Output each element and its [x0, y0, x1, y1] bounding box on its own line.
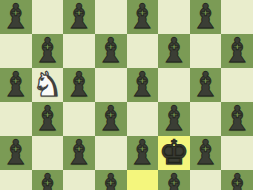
square-r3c3[interactable]: ♝: [95, 102, 127, 136]
piece-black-bishop[interactable]: ♝: [64, 0, 94, 33]
square-r0c7[interactable]: [221, 0, 253, 34]
piece-black-bishop[interactable]: ♝: [32, 169, 62, 190]
square-r0c1[interactable]: [32, 0, 64, 34]
square-r1c7[interactable]: ♝: [221, 34, 253, 68]
square-r4c7[interactable]: [221, 136, 253, 170]
piece-black-bishop[interactable]: ♝: [222, 101, 252, 135]
piece-black-bishop[interactable]: ♝: [95, 101, 125, 135]
square-r4c0[interactable]: ♝: [0, 136, 32, 170]
square-r3c6[interactable]: [190, 102, 222, 136]
square-r5c1[interactable]: ♝: [32, 170, 64, 190]
square-r2c7[interactable]: [221, 68, 253, 102]
square-r2c0[interactable]: ♝: [0, 68, 32, 102]
piece-black-bishop[interactable]: ♝: [222, 169, 252, 190]
square-r0c2[interactable]: ♝: [63, 0, 95, 34]
square-r4c6[interactable]: ♝: [190, 136, 222, 170]
square-r1c4[interactable]: [127, 34, 159, 68]
piece-white-knight[interactable]: ♞: [32, 67, 62, 101]
square-r4c3[interactable]: [95, 136, 127, 170]
square-r5c0[interactable]: [0, 170, 32, 190]
square-r5c7[interactable]: ♝: [221, 170, 253, 190]
square-r3c4[interactable]: [127, 102, 159, 136]
square-r2c5[interactable]: [158, 68, 190, 102]
square-r3c7[interactable]: ♝: [221, 102, 253, 136]
square-r0c6[interactable]: ♝: [190, 0, 222, 34]
square-r0c4[interactable]: ♝: [127, 0, 159, 34]
chess-board: ♝♝♝♝♝♝♝♝♝♞♝♝♝♝♝♝♝♝♝♝♚♝♝♝♝♝: [0, 0, 253, 190]
piece-black-bishop[interactable]: ♝: [95, 33, 125, 67]
piece-black-bishop[interactable]: ♝: [159, 101, 189, 135]
piece-black-bishop[interactable]: ♝: [64, 135, 94, 169]
piece-black-bishop[interactable]: ♝: [159, 33, 189, 67]
square-r3c2[interactable]: [63, 102, 95, 136]
square-r2c2[interactable]: ♝: [63, 68, 95, 102]
piece-black-bishop[interactable]: ♝: [32, 33, 62, 67]
square-r4c5-highlighted[interactable]: ♚: [158, 136, 190, 170]
square-r1c1[interactable]: ♝: [32, 34, 64, 68]
square-r0c5[interactable]: [158, 0, 190, 34]
square-r5c3[interactable]: ♝: [95, 170, 127, 190]
square-r4c2[interactable]: ♝: [63, 136, 95, 170]
square-r0c0[interactable]: ♝: [0, 0, 32, 34]
piece-black-bishop[interactable]: ♝: [190, 67, 220, 101]
square-r3c5[interactable]: ♝: [158, 102, 190, 136]
square-r5c4-highlighted[interactable]: [127, 170, 159, 190]
piece-black-bishop[interactable]: ♝: [127, 0, 157, 33]
square-r5c5[interactable]: ♝: [158, 170, 190, 190]
square-r2c3[interactable]: [95, 68, 127, 102]
square-r5c6[interactable]: [190, 170, 222, 190]
piece-black-king[interactable]: ♚: [159, 135, 189, 169]
piece-black-bishop[interactable]: ♝: [1, 0, 31, 33]
square-r2c4[interactable]: ♝: [127, 68, 159, 102]
square-r1c5[interactable]: ♝: [158, 34, 190, 68]
piece-black-bishop[interactable]: ♝: [64, 67, 94, 101]
square-r1c0[interactable]: [0, 34, 32, 68]
square-r4c4[interactable]: ♝: [127, 136, 159, 170]
piece-black-bishop[interactable]: ♝: [127, 67, 157, 101]
piece-black-bishop[interactable]: ♝: [190, 0, 220, 33]
square-r1c6[interactable]: [190, 34, 222, 68]
piece-black-bishop[interactable]: ♝: [32, 101, 62, 135]
square-r4c1[interactable]: [32, 136, 64, 170]
piece-black-bishop[interactable]: ♝: [95, 169, 125, 190]
square-r5c2[interactable]: [63, 170, 95, 190]
square-r0c3[interactable]: [95, 0, 127, 34]
square-r1c2[interactable]: [63, 34, 95, 68]
square-r2c1[interactable]: ♞: [32, 68, 64, 102]
piece-black-bishop[interactable]: ♝: [190, 135, 220, 169]
square-r1c3[interactable]: ♝: [95, 34, 127, 68]
square-r3c0[interactable]: [0, 102, 32, 136]
piece-black-bishop[interactable]: ♝: [1, 135, 31, 169]
piece-black-bishop[interactable]: ♝: [159, 169, 189, 190]
piece-black-bishop[interactable]: ♝: [1, 67, 31, 101]
square-r3c1[interactable]: ♝: [32, 102, 64, 136]
square-r2c6[interactable]: ♝: [190, 68, 222, 102]
piece-black-bishop[interactable]: ♝: [222, 33, 252, 67]
piece-black-bishop[interactable]: ♝: [127, 135, 157, 169]
